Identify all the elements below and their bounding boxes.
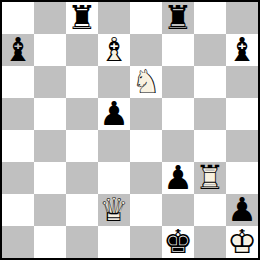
square-c4[interactable] bbox=[66, 130, 98, 162]
square-c5[interactable] bbox=[66, 98, 98, 130]
square-a5[interactable] bbox=[2, 98, 34, 130]
piece-black-rook[interactable]: ♜ bbox=[162, 2, 194, 34]
square-b7[interactable] bbox=[34, 34, 66, 66]
black-pawn-icon: ♟ bbox=[98, 98, 130, 130]
black-bishop-icon: ♝ bbox=[2, 34, 34, 66]
square-b6[interactable] bbox=[34, 66, 66, 98]
square-f1[interactable]: ♚ bbox=[162, 226, 194, 258]
square-f5[interactable] bbox=[162, 98, 194, 130]
square-b4[interactable] bbox=[34, 130, 66, 162]
square-c6[interactable] bbox=[66, 66, 98, 98]
square-b3[interactable] bbox=[34, 162, 66, 194]
square-a3[interactable] bbox=[2, 162, 34, 194]
square-b1[interactable] bbox=[34, 226, 66, 258]
square-h7[interactable]: ♝ bbox=[226, 34, 258, 66]
piece-black-king[interactable]: ♚ bbox=[162, 226, 194, 258]
white-rook-icon: ♖ bbox=[194, 162, 226, 194]
square-h4[interactable] bbox=[226, 130, 258, 162]
piece-white-queen[interactable]: ♛♕ bbox=[98, 194, 130, 226]
piece-white-knight[interactable]: ♞♘ bbox=[130, 66, 162, 98]
black-rook-icon: ♜ bbox=[162, 2, 194, 34]
square-d5[interactable]: ♟ bbox=[98, 98, 130, 130]
square-e4[interactable] bbox=[130, 130, 162, 162]
square-e1[interactable] bbox=[130, 226, 162, 258]
square-f7[interactable] bbox=[162, 34, 194, 66]
square-h1[interactable]: ♚♔ bbox=[226, 226, 258, 258]
square-c7[interactable] bbox=[66, 34, 98, 66]
square-d7[interactable]: ♝♗ bbox=[98, 34, 130, 66]
square-e8[interactable] bbox=[130, 2, 162, 34]
square-c2[interactable] bbox=[66, 194, 98, 226]
square-d2[interactable]: ♛♕ bbox=[98, 194, 130, 226]
square-e6[interactable]: ♞♘ bbox=[130, 66, 162, 98]
square-b2[interactable] bbox=[34, 194, 66, 226]
square-a4[interactable] bbox=[2, 130, 34, 162]
square-f8[interactable]: ♜ bbox=[162, 2, 194, 34]
square-a7[interactable]: ♝ bbox=[2, 34, 34, 66]
square-b5[interactable] bbox=[34, 98, 66, 130]
white-king-icon: ♔ bbox=[226, 226, 258, 258]
piece-black-rook[interactable]: ♜ bbox=[66, 2, 98, 34]
square-h5[interactable] bbox=[226, 98, 258, 130]
square-g5[interactable] bbox=[194, 98, 226, 130]
square-a6[interactable] bbox=[2, 66, 34, 98]
white-queen-icon: ♕ bbox=[98, 194, 130, 226]
piece-white-bishop[interactable]: ♝♗ bbox=[98, 34, 130, 66]
piece-black-pawn[interactable]: ♟ bbox=[162, 162, 194, 194]
square-d4[interactable] bbox=[98, 130, 130, 162]
square-g1[interactable] bbox=[194, 226, 226, 258]
piece-white-rook[interactable]: ♜♖ bbox=[194, 162, 226, 194]
square-g2[interactable] bbox=[194, 194, 226, 226]
square-g8[interactable] bbox=[194, 2, 226, 34]
square-h6[interactable] bbox=[226, 66, 258, 98]
piece-black-bishop[interactable]: ♝ bbox=[226, 34, 258, 66]
square-f6[interactable] bbox=[162, 66, 194, 98]
black-rook-icon: ♜ bbox=[66, 2, 98, 34]
square-a1[interactable] bbox=[2, 226, 34, 258]
piece-black-pawn[interactable]: ♟ bbox=[98, 98, 130, 130]
square-e2[interactable] bbox=[130, 194, 162, 226]
square-c3[interactable] bbox=[66, 162, 98, 194]
chess-board: ♜♜♝♝♗♝♞♘♟♟♜♖♛♕♟♚♚♔ bbox=[2, 2, 258, 258]
black-pawn-icon: ♟ bbox=[162, 162, 194, 194]
square-e5[interactable] bbox=[130, 98, 162, 130]
piece-white-king[interactable]: ♚♔ bbox=[226, 226, 258, 258]
square-d1[interactable] bbox=[98, 226, 130, 258]
square-g6[interactable] bbox=[194, 66, 226, 98]
square-g3[interactable]: ♜♖ bbox=[194, 162, 226, 194]
square-c1[interactable] bbox=[66, 226, 98, 258]
chess-board-frame: ♜♜♝♝♗♝♞♘♟♟♜♖♛♕♟♚♚♔ bbox=[0, 0, 260, 260]
square-f3[interactable]: ♟ bbox=[162, 162, 194, 194]
square-e3[interactable] bbox=[130, 162, 162, 194]
square-b8[interactable] bbox=[34, 2, 66, 34]
white-bishop-icon: ♗ bbox=[98, 34, 130, 66]
black-bishop-icon: ♝ bbox=[226, 34, 258, 66]
square-g7[interactable] bbox=[194, 34, 226, 66]
square-c8[interactable]: ♜ bbox=[66, 2, 98, 34]
black-king-icon: ♚ bbox=[162, 226, 194, 258]
square-a2[interactable] bbox=[2, 194, 34, 226]
piece-black-bishop[interactable]: ♝ bbox=[2, 34, 34, 66]
white-knight-icon: ♘ bbox=[130, 66, 162, 98]
